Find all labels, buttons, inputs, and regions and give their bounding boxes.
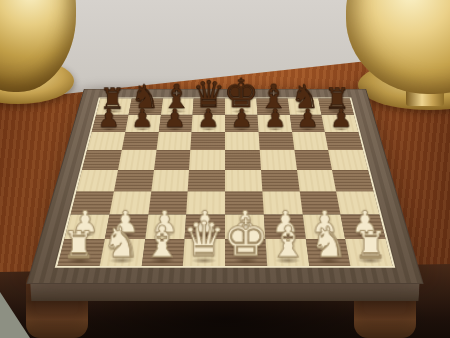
- square-d5[interactable]: [189, 150, 225, 170]
- square-e5[interactable]: [225, 150, 261, 170]
- square-a6[interactable]: [87, 132, 125, 150]
- board-perspective: ♜♞♝♛♚♝♞♜♟♟♟♟♟♟♟♟♟♟♟♟♟♟♟♟♜♞♝♛♚♝♞♜: [23, 58, 427, 282]
- square-h4[interactable]: [332, 170, 373, 191]
- square-f1[interactable]: ♝: [265, 239, 309, 266]
- square-e4[interactable]: [225, 170, 262, 191]
- white-king-e1[interactable]: ♚: [223, 212, 269, 263]
- white-rook-a1[interactable]: ♜: [62, 226, 95, 263]
- black-pawn-g7[interactable]: ♟: [297, 105, 320, 130]
- square-f5[interactable]: [259, 150, 296, 170]
- black-pawn-d7[interactable]: ♟: [197, 105, 220, 130]
- board-grid: ♜♞♝♛♚♝♞♜♟♟♟♟♟♟♟♟♟♟♟♟♟♟♟♟♜♞♝♛♚♝♞♜: [55, 98, 396, 268]
- square-c7[interactable]: ♟: [158, 115, 192, 132]
- square-d1[interactable]: ♛: [183, 239, 225, 266]
- square-h5[interactable]: [328, 150, 368, 170]
- square-h7[interactable]: ♟: [322, 115, 359, 132]
- square-g4[interactable]: [297, 170, 337, 191]
- square-h6[interactable]: [325, 132, 363, 150]
- square-a7[interactable]: ♟: [92, 115, 129, 132]
- square-c5[interactable]: [154, 150, 191, 170]
- black-pawn-c7[interactable]: ♟: [164, 105, 187, 130]
- white-bishop-c1[interactable]: ♝: [143, 221, 182, 264]
- black-pawn-b7[interactable]: ♟: [131, 105, 154, 130]
- square-g6[interactable]: [292, 132, 329, 150]
- square-f6[interactable]: [258, 132, 294, 150]
- square-a4[interactable]: [77, 170, 118, 191]
- black-pawn-f7[interactable]: ♟: [264, 105, 287, 130]
- square-d4[interactable]: [188, 170, 225, 191]
- black-pawn-e7[interactable]: ♟: [230, 105, 253, 130]
- square-c1[interactable]: ♝: [141, 239, 185, 266]
- square-h1[interactable]: ♜: [345, 239, 392, 266]
- square-e7[interactable]: ♟: [225, 115, 258, 132]
- square-a1[interactable]: ♜: [57, 239, 104, 266]
- chess-board: ♜♞♝♛♚♝♞♜♟♟♟♟♟♟♟♟♟♟♟♟♟♟♟♟♜♞♝♛♚♝♞♜: [26, 89, 423, 284]
- black-pawn-h7[interactable]: ♟: [330, 105, 353, 130]
- square-c6[interactable]: [156, 132, 192, 150]
- square-d6[interactable]: [191, 132, 225, 150]
- square-f7[interactable]: ♟: [257, 115, 291, 132]
- square-b4[interactable]: [114, 170, 154, 191]
- square-e6[interactable]: [225, 132, 259, 150]
- square-d7[interactable]: ♟: [192, 115, 225, 132]
- board-front-bevel: [30, 283, 419, 301]
- square-g1[interactable]: ♞: [305, 239, 350, 266]
- white-rook-h1[interactable]: ♜: [354, 226, 387, 263]
- square-c4[interactable]: [151, 170, 189, 191]
- scene: ♜♞♝♛♚♝♞♜♟♟♟♟♟♟♟♟♟♟♟♟♟♟♟♟♜♞♝♛♚♝♞♜: [0, 0, 450, 338]
- square-b1[interactable]: ♞: [99, 239, 144, 266]
- square-b6[interactable]: [122, 132, 159, 150]
- square-g5[interactable]: [294, 150, 332, 170]
- black-pawn-a7[interactable]: ♟: [97, 105, 120, 130]
- square-g7[interactable]: ♟: [289, 115, 325, 132]
- white-knight-b1[interactable]: ♞: [102, 222, 140, 264]
- white-queen-d1[interactable]: ♛: [183, 216, 226, 264]
- square-b5[interactable]: [118, 150, 156, 170]
- square-b7[interactable]: ♟: [125, 115, 161, 132]
- white-bishop-f1[interactable]: ♝: [268, 221, 307, 264]
- white-knight-g1[interactable]: ♞: [310, 222, 348, 264]
- square-a5[interactable]: [82, 150, 122, 170]
- square-e1[interactable]: ♚: [225, 239, 267, 266]
- square-f4[interactable]: [261, 170, 299, 191]
